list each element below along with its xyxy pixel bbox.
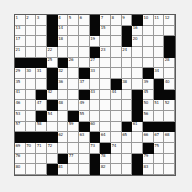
cell-3-6[interactable] (68, 36, 79, 47)
block-cell-15-12 (132, 164, 143, 175)
cell-9-14[interactable]: 51 (154, 100, 165, 111)
block-cell-2-4 (47, 26, 58, 37)
cell-13-8[interactable]: 73 (90, 143, 101, 154)
clue-number: 23 (101, 47, 106, 52)
cell-12-13[interactable]: 66 (143, 132, 154, 143)
cell-7-1[interactable]: 35 (15, 79, 26, 90)
block-cell-10-12 (132, 111, 143, 122)
cell-5-13[interactable] (143, 58, 154, 69)
cell-6-12[interactable] (132, 68, 143, 79)
cell-1-15[interactable]: 12 (164, 15, 175, 26)
cell-3-9[interactable] (100, 36, 111, 47)
cell-12-15[interactable]: 68 (164, 132, 175, 143)
block-cell-8-12 (132, 90, 143, 101)
block-cell-9-4 (47, 100, 58, 111)
cell-4-3[interactable] (36, 47, 47, 58)
cell-14-14[interactable] (154, 154, 165, 165)
block-cell-3-11 (122, 36, 133, 47)
cell-15-7[interactable] (79, 164, 90, 175)
clue-number: 55 (80, 111, 85, 116)
clue-number: 46 (16, 100, 21, 105)
cell-14-9[interactable]: 78 (100, 154, 111, 165)
block-cell-11-15 (164, 122, 175, 133)
cell-7-2[interactable] (26, 79, 37, 90)
cell-7-12[interactable] (132, 79, 143, 90)
clue-number: 12 (165, 15, 170, 20)
clue-number: 45 (144, 89, 149, 94)
cell-4-4[interactable]: 22 (47, 47, 58, 58)
cell-2-2[interactable] (26, 26, 37, 37)
cell-2-7[interactable] (79, 26, 90, 37)
cell-7-9[interactable] (100, 79, 111, 90)
cell-5-8[interactable]: 27 (90, 58, 101, 69)
cell-14-15[interactable] (164, 154, 175, 165)
cell-11-9[interactable] (100, 122, 111, 133)
cell-3-2[interactable] (26, 36, 37, 47)
clue-number: 61 (133, 121, 138, 126)
cell-8-8[interactable]: 43 (90, 90, 101, 101)
clue-number: 14 (58, 25, 63, 30)
cell-4-7[interactable] (79, 47, 90, 58)
clue-number: 72 (48, 143, 53, 148)
clue-number: 19 (90, 36, 95, 41)
cell-15-13[interactable]: 83 (143, 164, 154, 175)
cell-5-14[interactable] (154, 58, 165, 69)
cell-14-1[interactable]: 76 (15, 154, 26, 165)
cell-6-9[interactable] (100, 68, 111, 79)
cell-7-8[interactable] (90, 79, 101, 90)
cell-10-8[interactable] (90, 111, 101, 122)
block-cell-11-7 (79, 122, 90, 133)
clue-number: 81 (58, 164, 63, 169)
clue-number: 1 (16, 15, 18, 20)
clue-number: 71 (37, 143, 42, 148)
block-cell-4-8 (90, 47, 101, 58)
cell-6-14[interactable]: 34 (154, 68, 165, 79)
clue-number: 41 (16, 89, 21, 94)
block-cell-11-13 (143, 122, 154, 133)
clue-number: 11 (154, 15, 159, 20)
clue-number: 7 (101, 15, 103, 20)
clue-number: 76 (16, 153, 21, 158)
block-cell-15-4 (47, 164, 58, 175)
clue-number: 38 (122, 79, 127, 84)
block-cell-7-14 (154, 79, 165, 90)
clue-number: 24 (122, 47, 127, 52)
cell-7-7[interactable]: 37 (79, 79, 90, 90)
clue-number: 75 (154, 143, 159, 148)
cell-2-3[interactable] (36, 26, 47, 37)
cell-10-4[interactable]: 54 (47, 111, 58, 122)
clue-number: 68 (165, 132, 170, 137)
cell-5-4[interactable]: 25 (47, 58, 58, 69)
cell-2-9[interactable]: 15 (100, 26, 111, 37)
cell-2-1[interactable]: 13 (15, 26, 26, 37)
cell-2-14[interactable] (154, 26, 165, 37)
cell-11-4[interactable] (47, 122, 58, 133)
cell-5-6[interactable]: 26 (68, 58, 79, 69)
cell-11-10[interactable] (111, 122, 122, 133)
cell-13-2[interactable]: 70 (26, 143, 37, 154)
clue-number: 56 (144, 111, 149, 116)
clue-number: 34 (154, 68, 159, 73)
cell-14-13[interactable]: 79 (143, 154, 154, 165)
clue-number: 43 (90, 89, 95, 94)
clue-number: 52 (165, 100, 170, 105)
cell-10-2[interactable] (26, 111, 37, 122)
cell-1-9[interactable]: 7 (100, 15, 111, 26)
block-cell-8-15 (164, 90, 175, 101)
clue-number: 54 (48, 111, 53, 116)
cell-9-9[interactable] (100, 100, 111, 111)
block-cell-8-14 (154, 90, 165, 101)
clue-number: 42 (48, 89, 53, 94)
cell-15-1[interactable]: 80 (15, 164, 26, 175)
cell-3-13[interactable] (143, 36, 154, 47)
cell-11-1[interactable]: 57 (15, 122, 26, 133)
cell-8-13[interactable]: 45 (143, 90, 154, 101)
block-cell-8-3 (36, 90, 47, 101)
clue-number: 74 (112, 143, 117, 148)
clue-number: 49 (80, 100, 85, 105)
block-cell-14-12 (132, 154, 143, 165)
cell-13-15[interactable] (164, 143, 175, 154)
cell-8-11[interactable] (122, 90, 133, 101)
cell-15-15[interactable] (164, 164, 175, 175)
cell-14-10[interactable] (111, 154, 122, 165)
clue-number: 47 (37, 100, 42, 105)
clue-number: 80 (16, 164, 21, 169)
cell-4-14[interactable] (154, 47, 165, 58)
clue-number: 78 (101, 153, 106, 158)
cell-12-9[interactable]: 64 (100, 132, 111, 143)
clue-number: 18 (58, 36, 63, 41)
cell-6-10[interactable] (111, 68, 122, 79)
cell-11-6[interactable]: 59 (68, 122, 79, 133)
block-cell-4-15 (164, 47, 175, 58)
cell-7-13[interactable]: 39 (143, 79, 154, 90)
cell-9-10[interactable] (111, 100, 122, 111)
block-cell-12-4 (47, 132, 58, 143)
clue-number: 51 (154, 100, 159, 105)
block-cell-6-7 (79, 68, 90, 79)
cell-6-3[interactable]: 31 (36, 68, 47, 79)
cell-4-6[interactable] (68, 47, 79, 58)
cell-5-7[interactable] (79, 58, 90, 69)
cell-15-3[interactable] (36, 164, 47, 175)
block-cell-12-8 (90, 132, 101, 143)
cell-10-11[interactable] (122, 111, 133, 122)
clue-number: 58 (37, 121, 42, 126)
cell-2-5[interactable]: 14 (58, 26, 69, 37)
block-cell-3-4 (47, 36, 58, 47)
cell-4-2[interactable] (26, 47, 37, 58)
clue-number: 16 (133, 25, 138, 30)
cell-14-6[interactable]: 77 (68, 154, 79, 165)
cell-7-6[interactable] (68, 79, 79, 90)
clue-number: 28 (165, 57, 170, 62)
clue-number: 39 (144, 79, 149, 84)
cell-8-4[interactable]: 42 (47, 90, 58, 101)
clue-number: 65 (122, 132, 127, 137)
cell-2-12[interactable]: 16 (132, 26, 143, 37)
block-cell-1-12 (132, 15, 143, 26)
block-cell-10-3 (36, 111, 47, 122)
cell-12-5[interactable]: 62 (58, 132, 69, 143)
cell-6-6[interactable] (68, 68, 79, 79)
cell-8-1[interactable]: 41 (15, 90, 26, 101)
clue-number: 82 (101, 164, 106, 169)
clue-number: 79 (144, 153, 149, 158)
cell-4-13[interactable] (143, 47, 154, 58)
cell-10-10[interactable] (111, 111, 122, 122)
block-cell-7-4 (47, 79, 58, 90)
cell-15-5[interactable]: 81 (58, 164, 69, 175)
cell-12-11[interactable]: 65 (122, 132, 133, 143)
clue-number: 13 (16, 25, 21, 30)
block-cell-12-3 (36, 132, 47, 143)
cell-1-11[interactable]: 9 (122, 15, 133, 26)
cell-14-7[interactable] (79, 154, 90, 165)
cell-1-6[interactable]: 5 (68, 15, 79, 26)
clue-number: 2 (26, 15, 28, 20)
cell-10-9[interactable] (100, 111, 111, 122)
cell-9-2[interactable] (26, 100, 37, 111)
cell-9-11[interactable] (122, 100, 133, 111)
cell-6-15[interactable] (164, 68, 175, 79)
block-cell-2-11 (122, 26, 133, 37)
cell-15-11[interactable] (122, 164, 133, 175)
block-cell-1-8 (90, 15, 101, 26)
cell-1-13[interactable]: 10 (143, 15, 154, 26)
clue-number: 44 (112, 89, 117, 94)
block-cell-5-3 (36, 58, 47, 69)
cell-9-13[interactable]: 50 (143, 100, 154, 111)
cell-12-10[interactable] (111, 132, 122, 143)
clue-number: 10 (144, 15, 149, 20)
block-cell-5-1 (15, 58, 26, 69)
cell-9-5[interactable]: 48 (58, 100, 69, 111)
cell-1-1[interactable]: 1 (15, 15, 26, 26)
cell-6-5[interactable]: 32 (58, 68, 69, 79)
clue-number: 66 (144, 132, 149, 137)
cell-2-6[interactable] (68, 26, 79, 37)
cell-4-1[interactable]: 21 (15, 47, 26, 58)
clue-number: 27 (90, 57, 95, 62)
cell-5-11[interactable] (122, 58, 133, 69)
cell-13-4[interactable]: 72 (47, 143, 58, 154)
cell-6-11[interactable] (122, 68, 133, 79)
clue-number: 21 (16, 47, 21, 52)
cell-10-1[interactable]: 53 (15, 111, 26, 122)
cell-8-5[interactable] (58, 90, 69, 101)
block-cell-2-8 (90, 26, 101, 37)
cell-3-14[interactable] (154, 36, 165, 47)
block-cell-1-4 (47, 15, 58, 26)
cell-10-13[interactable]: 56 (143, 111, 154, 122)
clue-number: 9 (122, 15, 124, 20)
clue-number: 64 (101, 132, 106, 137)
cell-5-12[interactable] (132, 58, 143, 69)
cell-7-11[interactable]: 38 (122, 79, 133, 90)
cell-6-8[interactable]: 33 (90, 68, 101, 79)
block-cell-13-13 (143, 143, 154, 154)
cell-12-14[interactable]: 67 (154, 132, 165, 143)
cell-15-9[interactable]: 82 (100, 164, 111, 175)
clue-number: 36 (58, 79, 63, 84)
cell-14-11[interactable] (122, 154, 133, 165)
block-cell-14-8 (90, 154, 101, 165)
cell-7-3[interactable] (36, 79, 47, 90)
cell-13-14[interactable]: 75 (154, 143, 165, 154)
cell-13-10[interactable]: 74 (111, 143, 122, 154)
cell-14-2[interactable] (26, 154, 37, 165)
clue-number: 57 (16, 121, 21, 126)
cell-8-2[interactable] (26, 90, 37, 101)
cell-4-5[interactable] (58, 47, 69, 58)
cell-13-1[interactable]: 69 (15, 143, 26, 154)
cell-11-5[interactable] (58, 122, 69, 133)
cell-5-15[interactable]: 28 (164, 58, 175, 69)
cell-11-8[interactable]: 60 (90, 122, 101, 133)
cell-6-1[interactable]: 29 (15, 68, 26, 79)
cell-3-10[interactable] (111, 36, 122, 47)
cell-13-3[interactable]: 71 (36, 143, 47, 154)
clue-number: 40 (165, 79, 170, 84)
cell-5-10[interactable] (111, 58, 122, 69)
cell-10-7[interactable]: 55 (79, 111, 90, 122)
cell-14-3[interactable] (36, 154, 47, 165)
cell-7-5[interactable]: 36 (58, 79, 69, 90)
clue-number: 70 (26, 143, 31, 148)
clue-number: 69 (16, 143, 21, 148)
block-cell-12-1 (15, 132, 26, 143)
cell-3-7[interactable] (79, 36, 90, 47)
clue-number: 53 (16, 111, 21, 116)
cell-3-3[interactable] (36, 36, 47, 47)
cell-4-9[interactable]: 23 (100, 47, 111, 58)
cell-11-12[interactable]: 61 (132, 122, 143, 133)
cell-13-6[interactable] (68, 143, 79, 154)
block-cell-11-14 (154, 122, 165, 133)
cell-14-4[interactable] (47, 154, 58, 165)
clue-number: 77 (69, 153, 74, 158)
cell-13-5[interactable] (58, 143, 69, 154)
block-cell-12-2 (26, 132, 37, 143)
cell-15-2[interactable] (26, 164, 37, 175)
clue-number: 73 (90, 143, 95, 148)
clue-number: 62 (58, 132, 63, 137)
crossword-grid: 1234567891011121314151617181920212223242… (14, 14, 176, 176)
cell-6-2[interactable]: 30 (26, 68, 37, 79)
cell-1-3[interactable]: 3 (36, 15, 47, 26)
clue-number: 29 (16, 68, 21, 73)
cell-8-9[interactable] (100, 90, 111, 101)
cell-12-6[interactable] (68, 132, 79, 143)
cell-10-15[interactable] (164, 111, 175, 122)
clue-number: 3 (37, 15, 39, 20)
clue-number: 6 (80, 15, 82, 20)
cell-9-6[interactable] (68, 100, 79, 111)
clue-number: 32 (58, 68, 63, 73)
cell-15-6[interactable] (68, 164, 79, 175)
cell-2-10[interactable] (111, 26, 122, 37)
cell-4-12[interactable] (132, 47, 143, 58)
cell-9-1[interactable]: 46 (15, 100, 26, 111)
clue-number: 8 (112, 15, 114, 20)
block-cell-3-15 (164, 36, 175, 47)
block-cell-6-13 (143, 68, 154, 79)
cell-2-13[interactable] (143, 26, 154, 37)
block-cell-8-7 (79, 90, 90, 101)
cell-9-15[interactable]: 52 (164, 100, 175, 111)
clue-number: 20 (133, 36, 138, 41)
cell-3-8[interactable]: 19 (90, 36, 101, 47)
clue-number: 48 (58, 100, 63, 105)
clue-number: 35 (16, 79, 21, 84)
cell-2-15[interactable] (164, 26, 175, 37)
cell-12-7[interactable]: 63 (79, 132, 90, 143)
cell-11-3[interactable]: 58 (36, 122, 47, 133)
cell-5-9[interactable] (100, 58, 111, 69)
block-cell-13-9 (100, 143, 111, 154)
cell-12-12[interactable] (132, 132, 143, 143)
cell-1-5[interactable]: 4 (58, 15, 69, 26)
cell-9-7[interactable]: 49 (79, 100, 90, 111)
clue-number: 33 (90, 68, 95, 73)
cell-1-14[interactable]: 11 (154, 15, 165, 26)
cell-1-7[interactable]: 6 (79, 15, 90, 26)
cell-4-10[interactable] (111, 47, 122, 58)
clue-number: 5 (69, 15, 71, 20)
cell-11-2[interactable] (26, 122, 37, 133)
cell-8-10[interactable]: 44 (111, 90, 122, 101)
cell-15-10[interactable] (111, 164, 122, 175)
clue-number: 83 (144, 164, 149, 169)
cell-1-10[interactable]: 8 (111, 15, 122, 26)
cell-3-1[interactable]: 17 (15, 36, 26, 47)
clue-number: 15 (101, 25, 106, 30)
cell-1-2[interactable]: 2 (26, 15, 37, 26)
block-cell-14-5 (58, 154, 69, 165)
cell-4-11[interactable]: 24 (122, 47, 133, 58)
cell-3-12[interactable]: 20 (132, 36, 143, 47)
cell-13-12[interactable] (132, 143, 143, 154)
cell-9-8[interactable] (90, 100, 101, 111)
block-cell-15-8 (90, 164, 101, 175)
cell-7-15[interactable]: 40 (164, 79, 175, 90)
cell-10-5[interactable] (58, 111, 69, 122)
cell-9-3[interactable]: 47 (36, 100, 47, 111)
cell-8-6[interactable] (68, 90, 79, 101)
clue-number: 17 (16, 36, 21, 41)
clue-number: 50 (144, 100, 149, 105)
cell-15-14[interactable] (154, 164, 165, 175)
block-cell-11-11 (122, 122, 133, 133)
clue-number: 25 (48, 57, 53, 62)
block-cell-5-2 (26, 58, 37, 69)
block-cell-7-10 (111, 79, 122, 90)
block-cell-10-6 (68, 111, 79, 122)
clue-number: 63 (80, 132, 85, 137)
cell-13-7[interactable] (79, 143, 90, 154)
block-cell-9-12 (132, 100, 143, 111)
cell-13-11[interactable] (122, 143, 133, 154)
block-cell-6-4 (47, 68, 58, 79)
cell-3-5[interactable]: 18 (58, 36, 69, 47)
cell-10-14[interactable] (154, 111, 165, 122)
clue-number: 60 (90, 121, 95, 126)
